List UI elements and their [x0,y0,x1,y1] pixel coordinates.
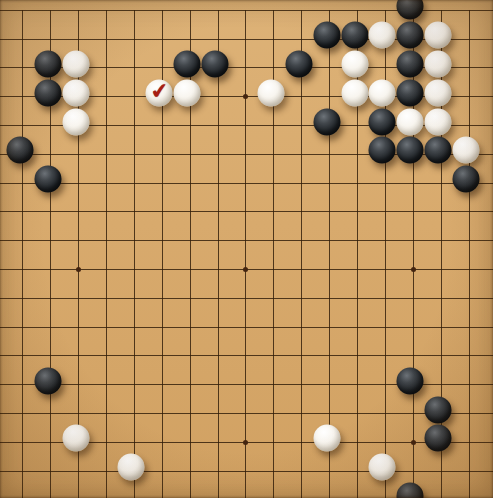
board-intersection[interactable] [399,313,427,342]
board-intersection[interactable] [37,428,65,457]
board-intersection[interactable] [204,169,232,198]
board-intersection[interactable] [93,198,121,227]
board-intersection[interactable] [344,169,372,198]
board-intersection[interactable] [9,198,37,227]
board-intersection[interactable] [344,486,372,498]
board-intersection[interactable] [344,226,372,255]
board-intersection[interactable] [120,370,148,399]
board-intersection[interactable] [455,226,483,255]
board-intersection[interactable] [288,457,316,486]
board-intersection[interactable] [232,457,260,486]
board-intersection[interactable] [148,428,176,457]
board-intersection[interactable] [93,25,121,54]
board-intersection[interactable] [232,169,260,198]
board-intersection[interactable] [37,198,65,227]
board-intersection[interactable] [344,255,372,284]
board-intersection[interactable] [427,313,455,342]
board-intersection[interactable] [65,0,93,25]
board-intersection[interactable] [260,255,288,284]
board-intersection[interactable] [288,0,316,25]
board-intersection[interactable] [344,284,372,313]
board-intersection[interactable] [0,0,9,25]
board-intersection[interactable] [93,111,121,140]
board-intersection[interactable] [288,284,316,313]
board-intersection[interactable] [204,226,232,255]
board-intersection [427,140,455,169]
board-intersection[interactable] [288,82,316,111]
board-intersection[interactable] [0,169,9,198]
board-intersection[interactable] [427,198,455,227]
board-intersection[interactable] [371,428,399,457]
board-intersection[interactable] [9,399,37,428]
board-intersection[interactable] [120,0,148,25]
grid-line [273,342,274,371]
board-intersection[interactable] [9,255,37,284]
board-intersection[interactable] [176,111,204,140]
board-intersection[interactable] [204,198,232,227]
board-intersection[interactable] [260,370,288,399]
board-intersection[interactable] [148,399,176,428]
board-intersection[interactable] [120,342,148,371]
board-intersection[interactable] [483,313,493,342]
board-intersection[interactable] [427,486,455,498]
board-intersection[interactable] [232,370,260,399]
board-intersection[interactable] [120,226,148,255]
board-intersection[interactable] [65,284,93,313]
board-intersection[interactable] [9,111,37,140]
board-intersection[interactable] [120,313,148,342]
board-intersection[interactable] [0,486,9,498]
board-intersection[interactable] [427,226,455,255]
board-intersection[interactable] [232,284,260,313]
board-intersection[interactable] [455,313,483,342]
board-intersection[interactable] [316,169,344,198]
board-intersection[interactable] [93,284,121,313]
board-intersection[interactable] [37,486,65,498]
board-intersection[interactable] [371,54,399,83]
board-intersection[interactable] [93,399,121,428]
board-intersection[interactable] [483,140,493,169]
board-intersection[interactable] [65,140,93,169]
black-stone [313,22,340,49]
board-intersection[interactable] [65,486,93,498]
board-intersection[interactable] [148,457,176,486]
board-intersection[interactable] [65,198,93,227]
board-intersection[interactable] [204,428,232,457]
board-intersection[interactable] [9,25,37,54]
board-intersection[interactable] [9,342,37,371]
board-intersection[interactable] [0,226,9,255]
board-intersection[interactable] [9,486,37,498]
board-intersection[interactable] [316,486,344,498]
board-intersection[interactable] [371,226,399,255]
board-intersection[interactable] [371,313,399,342]
board-intersection[interactable] [260,428,288,457]
board-intersection[interactable] [483,0,493,25]
board-intersection[interactable] [344,428,372,457]
board-intersection[interactable] [0,111,9,140]
board-intersection[interactable] [9,82,37,111]
board-intersection[interactable] [65,457,93,486]
board-intersection[interactable] [288,169,316,198]
board-intersection[interactable] [344,198,372,227]
board-intersection[interactable] [148,255,176,284]
grid-line [301,226,302,255]
board-intersection[interactable] [399,457,427,486]
board-intersection[interactable] [9,370,37,399]
board-intersection[interactable] [176,457,204,486]
board-intersection[interactable] [176,342,204,371]
board-intersection[interactable] [399,226,427,255]
board-intersection[interactable] [455,0,483,25]
board-intersection[interactable] [344,342,372,371]
board-intersection[interactable] [120,82,148,111]
board-intersection[interactable] [93,428,121,457]
board-intersection[interactable] [120,111,148,140]
board-intersection[interactable] [232,82,260,111]
board-intersection[interactable] [455,25,483,54]
board-intersection[interactable] [483,255,493,284]
board-intersection[interactable] [344,111,372,140]
board-intersection[interactable] [288,111,316,140]
board-intersection[interactable] [427,169,455,198]
board-intersection[interactable] [176,284,204,313]
board-intersection[interactable] [37,226,65,255]
board-intersection[interactable] [455,82,483,111]
board-intersection[interactable] [120,25,148,54]
board-intersection[interactable] [427,255,455,284]
board-intersection[interactable] [232,140,260,169]
board-intersection[interactable] [427,370,455,399]
board-intersection[interactable] [148,313,176,342]
board-intersection[interactable] [176,428,204,457]
board-intersection[interactable] [232,111,260,140]
board-intersection[interactable] [455,111,483,140]
board-intersection[interactable] [483,486,493,498]
board-intersection[interactable] [399,399,427,428]
board-intersection[interactable] [37,313,65,342]
board-intersection[interactable] [483,54,493,83]
board-intersection[interactable] [93,169,121,198]
board-intersection[interactable] [204,457,232,486]
board-intersection[interactable] [232,399,260,428]
board-intersection[interactable] [120,284,148,313]
board-intersection[interactable] [455,457,483,486]
board-intersection[interactable] [65,370,93,399]
board-intersection[interactable] [204,255,232,284]
go-board[interactable]: ✔ [0,0,493,498]
board-intersection[interactable] [9,284,37,313]
board-intersection[interactable] [455,342,483,371]
board-intersection[interactable] [0,457,9,486]
board-intersection[interactable] [288,255,316,284]
board-intersection[interactable] [316,82,344,111]
board-intersection[interactable] [260,342,288,371]
board-intersection[interactable] [260,399,288,428]
board-intersection[interactable] [9,169,37,198]
board-intersection[interactable] [204,399,232,428]
board-intersection[interactable] [260,25,288,54]
board-intersection[interactable] [316,313,344,342]
board-intersection[interactable] [65,25,93,54]
board-intersection[interactable] [232,313,260,342]
board-intersection[interactable] [9,0,37,25]
board-intersection[interactable] [148,342,176,371]
board-intersection[interactable] [371,370,399,399]
board-intersection[interactable] [120,140,148,169]
board-intersection[interactable] [344,399,372,428]
board-intersection[interactable] [93,54,121,83]
board-intersection[interactable] [120,255,148,284]
grid-line [245,342,246,371]
board-intersection[interactable] [260,226,288,255]
board-intersection[interactable] [0,399,9,428]
board-intersection[interactable] [427,342,455,371]
board-intersection[interactable] [483,226,493,255]
board-intersection[interactable] [260,198,288,227]
board-intersection[interactable] [371,486,399,498]
board-intersection[interactable] [371,255,399,284]
board-intersection[interactable] [0,342,9,371]
board-intersection[interactable] [232,428,260,457]
board-intersection[interactable] [316,226,344,255]
board-intersection[interactable] [0,313,9,342]
board-intersection[interactable] [260,111,288,140]
board-intersection[interactable] [232,25,260,54]
board-intersection[interactable] [204,342,232,371]
board-intersection[interactable] [120,486,148,498]
board-intersection[interactable] [483,284,493,313]
board-intersection[interactable] [204,284,232,313]
board-intersection[interactable] [483,111,493,140]
board-intersection[interactable] [37,140,65,169]
board-intersection[interactable] [65,255,93,284]
board-intersection[interactable] [288,140,316,169]
board-intersection[interactable] [288,313,316,342]
board-intersection[interactable] [344,313,372,342]
board-intersection[interactable] [120,198,148,227]
board-intersection[interactable] [148,169,176,198]
board-intersection[interactable] [0,54,9,83]
board-intersection[interactable] [260,457,288,486]
board-intersection[interactable] [288,428,316,457]
board-intersection[interactable] [232,226,260,255]
board-intersection[interactable] [176,169,204,198]
board-intersection[interactable] [288,25,316,54]
board-intersection[interactable] [37,457,65,486]
board-intersection[interactable] [65,226,93,255]
board-intersection[interactable] [260,486,288,498]
board-intersection[interactable] [260,284,288,313]
board-intersection[interactable] [148,370,176,399]
board-intersection[interactable] [204,82,232,111]
board-intersection[interactable] [316,255,344,284]
board-intersection[interactable] [37,255,65,284]
board-intersection[interactable] [260,169,288,198]
board-intersection[interactable] [427,284,455,313]
board-intersection[interactable] [232,255,260,284]
board-intersection[interactable] [371,198,399,227]
board-intersection[interactable] [120,428,148,457]
board-intersection[interactable] [148,0,176,25]
board-intersection[interactable] [204,486,232,498]
board-intersection[interactable] [176,313,204,342]
board-intersection[interactable] [176,486,204,498]
board-intersection[interactable] [455,54,483,83]
board-intersection[interactable] [288,399,316,428]
board-intersection[interactable] [316,370,344,399]
board-intersection[interactable] [371,342,399,371]
board-intersection[interactable] [288,370,316,399]
board-intersection[interactable] [288,198,316,227]
board-intersection[interactable] [37,399,65,428]
board-intersection[interactable] [93,370,121,399]
board-intersection[interactable] [260,0,288,25]
board-intersection[interactable] [0,25,9,54]
board-intersection[interactable] [455,255,483,284]
board-intersection[interactable] [371,284,399,313]
board-intersection[interactable] [176,399,204,428]
board-intersection[interactable] [288,486,316,498]
board-intersection[interactable] [483,457,493,486]
board-intersection[interactable] [148,226,176,255]
board-intersection[interactable] [176,226,204,255]
board-intersection[interactable] [483,169,493,198]
board-intersection[interactable] [232,486,260,498]
board-intersection[interactable] [37,25,65,54]
board-intersection[interactable] [288,226,316,255]
board-intersection[interactable] [0,198,9,227]
board-intersection[interactable] [65,169,93,198]
board-intersection[interactable] [148,111,176,140]
board-intersection[interactable] [316,284,344,313]
board-intersection[interactable] [148,140,176,169]
board-intersection[interactable] [316,457,344,486]
board-intersection[interactable] [93,457,121,486]
board-intersection[interactable] [37,0,65,25]
board-intersection[interactable] [483,399,493,428]
board-intersection[interactable] [260,313,288,342]
board-intersection[interactable] [65,313,93,342]
board-intersection[interactable] [176,25,204,54]
board-intersection[interactable] [344,140,372,169]
board-intersection[interactable] [93,486,121,498]
board-intersection[interactable] [316,342,344,371]
board-intersection[interactable] [148,25,176,54]
board-intersection[interactable] [371,169,399,198]
board-intersection[interactable] [9,428,37,457]
board-intersection[interactable] [399,284,427,313]
board-intersection[interactable] [204,313,232,342]
board-intersection[interactable] [93,255,121,284]
board-intersection[interactable] [176,255,204,284]
board-intersection[interactable] [204,25,232,54]
board-intersection[interactable] [483,82,493,111]
board-intersection[interactable] [316,140,344,169]
board-intersection[interactable] [204,111,232,140]
board-intersection[interactable] [93,226,121,255]
board-intersection[interactable] [120,54,148,83]
board-intersection[interactable] [93,313,121,342]
board-intersection[interactable] [455,198,483,227]
board-intersection[interactable] [37,284,65,313]
board-intersection[interactable] [399,428,427,457]
board-intersection[interactable] [93,140,121,169]
board-intersection[interactable] [65,399,93,428]
board-intersection[interactable] [176,198,204,227]
board-intersection[interactable] [0,428,9,457]
board-intersection[interactable] [93,0,121,25]
board-intersection[interactable] [148,284,176,313]
board-intersection[interactable] [399,342,427,371]
board-intersection[interactable] [37,342,65,371]
board-intersection[interactable] [399,255,427,284]
board-intersection[interactable] [204,140,232,169]
board-intersection[interactable] [120,169,148,198]
board-intersection[interactable] [344,370,372,399]
board-intersection[interactable] [288,342,316,371]
board-intersection[interactable] [483,198,493,227]
board-intersection[interactable] [232,54,260,83]
board-intersection[interactable] [9,54,37,83]
board-intersection[interactable] [316,54,344,83]
board-intersection[interactable] [93,342,121,371]
board-intersection[interactable] [232,0,260,25]
board-intersection[interactable] [0,370,9,399]
board-intersection[interactable] [455,399,483,428]
board-intersection[interactable] [483,370,493,399]
board-intersection[interactable] [483,342,493,371]
board-intersection[interactable] [371,399,399,428]
board-intersection[interactable] [148,198,176,227]
board-intersection[interactable] [148,486,176,498]
board-intersection[interactable] [260,54,288,83]
board-intersection[interactable] [483,25,493,54]
board-intersection[interactable] [316,198,344,227]
board-intersection[interactable] [176,140,204,169]
board-intersection[interactable] [148,54,176,83]
board-intersection[interactable] [93,82,121,111]
board-intersection[interactable] [483,428,493,457]
board-intersection[interactable] [0,284,9,313]
board-intersection[interactable] [176,370,204,399]
board-intersection[interactable] [399,198,427,227]
board-intersection[interactable] [0,255,9,284]
board-intersection[interactable] [316,399,344,428]
board-intersection[interactable] [9,457,37,486]
board-intersection[interactable] [9,313,37,342]
board-intersection[interactable] [0,82,9,111]
board-intersection[interactable] [260,140,288,169]
board-intersection[interactable] [204,0,232,25]
board-intersection[interactable] [455,284,483,313]
board-intersection[interactable] [176,0,204,25]
board-intersection[interactable] [65,342,93,371]
board-intersection[interactable] [232,342,260,371]
board-intersection[interactable] [455,428,483,457]
board-intersection[interactable] [399,169,427,198]
board-intersection[interactable] [204,370,232,399]
board-intersection[interactable] [344,457,372,486]
board-intersection[interactable] [455,370,483,399]
board-intersection[interactable] [120,399,148,428]
grid-line [371,240,399,241]
board-intersection[interactable] [455,486,483,498]
board-intersection[interactable] [37,111,65,140]
board-intersection[interactable] [427,457,455,486]
board-intersection[interactable] [9,226,37,255]
board-intersection[interactable] [232,198,260,227]
